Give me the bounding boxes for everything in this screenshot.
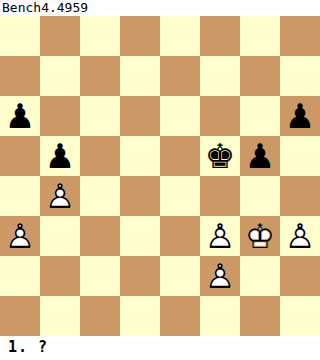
square-e1[interactable]: [160, 296, 200, 336]
square-f1[interactable]: [200, 296, 240, 336]
square-c6[interactable]: [80, 96, 120, 136]
square-f5[interactable]: ♚: [200, 136, 240, 176]
square-a1[interactable]: [0, 296, 40, 336]
square-a3[interactable]: ♟♙: [0, 216, 40, 256]
square-g8[interactable]: [240, 16, 280, 56]
page-title: Bench4.4959: [2, 1, 88, 15]
black-pawn: ♟: [0, 96, 40, 136]
square-d6[interactable]: [120, 96, 160, 136]
square-b2[interactable]: [40, 256, 80, 296]
black-pawn: ♟: [240, 136, 280, 176]
square-a6[interactable]: ♟: [0, 96, 40, 136]
square-c5[interactable]: [80, 136, 120, 176]
square-g2[interactable]: [240, 256, 280, 296]
square-g1[interactable]: [240, 296, 280, 336]
square-g6[interactable]: [240, 96, 280, 136]
white-pawn: ♟♙: [0, 216, 40, 256]
square-a7[interactable]: [0, 56, 40, 96]
square-d7[interactable]: [120, 56, 160, 96]
white-pawn: ♟♙: [200, 216, 240, 256]
square-e5[interactable]: [160, 136, 200, 176]
square-f8[interactable]: [200, 16, 240, 56]
square-c3[interactable]: [80, 216, 120, 256]
black-king-glyph: ♚: [200, 136, 240, 176]
white-pawn-outline: ♙: [280, 216, 320, 256]
square-a2[interactable]: [0, 256, 40, 296]
square-h7[interactable]: [280, 56, 320, 96]
square-a5[interactable]: [0, 136, 40, 176]
white-king: ♚♔: [240, 216, 280, 256]
black-king: ♚: [200, 136, 240, 176]
white-pawn-outline: ♙: [200, 256, 240, 296]
square-b1[interactable]: [40, 296, 80, 336]
black-pawn-glyph: ♟: [40, 136, 80, 176]
square-h5[interactable]: [280, 136, 320, 176]
white-king-outline: ♔: [240, 216, 280, 256]
square-e2[interactable]: [160, 256, 200, 296]
black-pawn: ♟: [280, 96, 320, 136]
black-pawn-glyph: ♟: [240, 136, 280, 176]
white-pawn: ♟♙: [280, 216, 320, 256]
square-f4[interactable]: [200, 176, 240, 216]
square-b5[interactable]: ♟: [40, 136, 80, 176]
square-c7[interactable]: [80, 56, 120, 96]
square-h6[interactable]: ♟: [280, 96, 320, 136]
black-pawn-glyph: ♟: [280, 96, 320, 136]
square-b6[interactable]: [40, 96, 80, 136]
square-d1[interactable]: [120, 296, 160, 336]
square-f7[interactable]: [200, 56, 240, 96]
square-f3[interactable]: ♟♙: [200, 216, 240, 256]
square-d5[interactable]: [120, 136, 160, 176]
white-pawn-outline: ♙: [40, 176, 80, 216]
square-a8[interactable]: [0, 16, 40, 56]
square-g3[interactable]: ♚♔: [240, 216, 280, 256]
square-f2[interactable]: ♟♙: [200, 256, 240, 296]
square-b4[interactable]: ♟♙: [40, 176, 80, 216]
square-h4[interactable]: [280, 176, 320, 216]
square-f6[interactable]: [200, 96, 240, 136]
square-d8[interactable]: [120, 16, 160, 56]
square-h3[interactable]: ♟♙: [280, 216, 320, 256]
square-b3[interactable]: [40, 216, 80, 256]
square-e3[interactable]: [160, 216, 200, 256]
status-bar: 1. ?: [0, 336, 320, 360]
square-c2[interactable]: [80, 256, 120, 296]
chess-board: ♟♟♟♚♟♟♙♟♙♟♙♚♔♟♙♟♙: [0, 16, 320, 336]
square-g4[interactable]: [240, 176, 280, 216]
move-prompt: 1. ?: [8, 338, 48, 356]
square-b7[interactable]: [40, 56, 80, 96]
square-g7[interactable]: [240, 56, 280, 96]
title-bar: Bench4.4959: [0, 0, 320, 16]
white-pawn-outline: ♙: [0, 216, 40, 256]
square-e4[interactable]: [160, 176, 200, 216]
square-d3[interactable]: [120, 216, 160, 256]
square-c1[interactable]: [80, 296, 120, 336]
square-e8[interactable]: [160, 16, 200, 56]
white-pawn: ♟♙: [200, 256, 240, 296]
white-pawn: ♟♙: [40, 176, 80, 216]
square-h8[interactable]: [280, 16, 320, 56]
square-b8[interactable]: [40, 16, 80, 56]
square-c4[interactable]: [80, 176, 120, 216]
white-pawn-outline: ♙: [200, 216, 240, 256]
square-e6[interactable]: [160, 96, 200, 136]
square-g5[interactable]: ♟: [240, 136, 280, 176]
square-d4[interactable]: [120, 176, 160, 216]
square-d2[interactable]: [120, 256, 160, 296]
square-c8[interactable]: [80, 16, 120, 56]
square-h2[interactable]: [280, 256, 320, 296]
square-h1[interactable]: [280, 296, 320, 336]
black-pawn: ♟: [40, 136, 80, 176]
black-pawn-glyph: ♟: [0, 96, 40, 136]
square-e7[interactable]: [160, 56, 200, 96]
square-a4[interactable]: [0, 176, 40, 216]
